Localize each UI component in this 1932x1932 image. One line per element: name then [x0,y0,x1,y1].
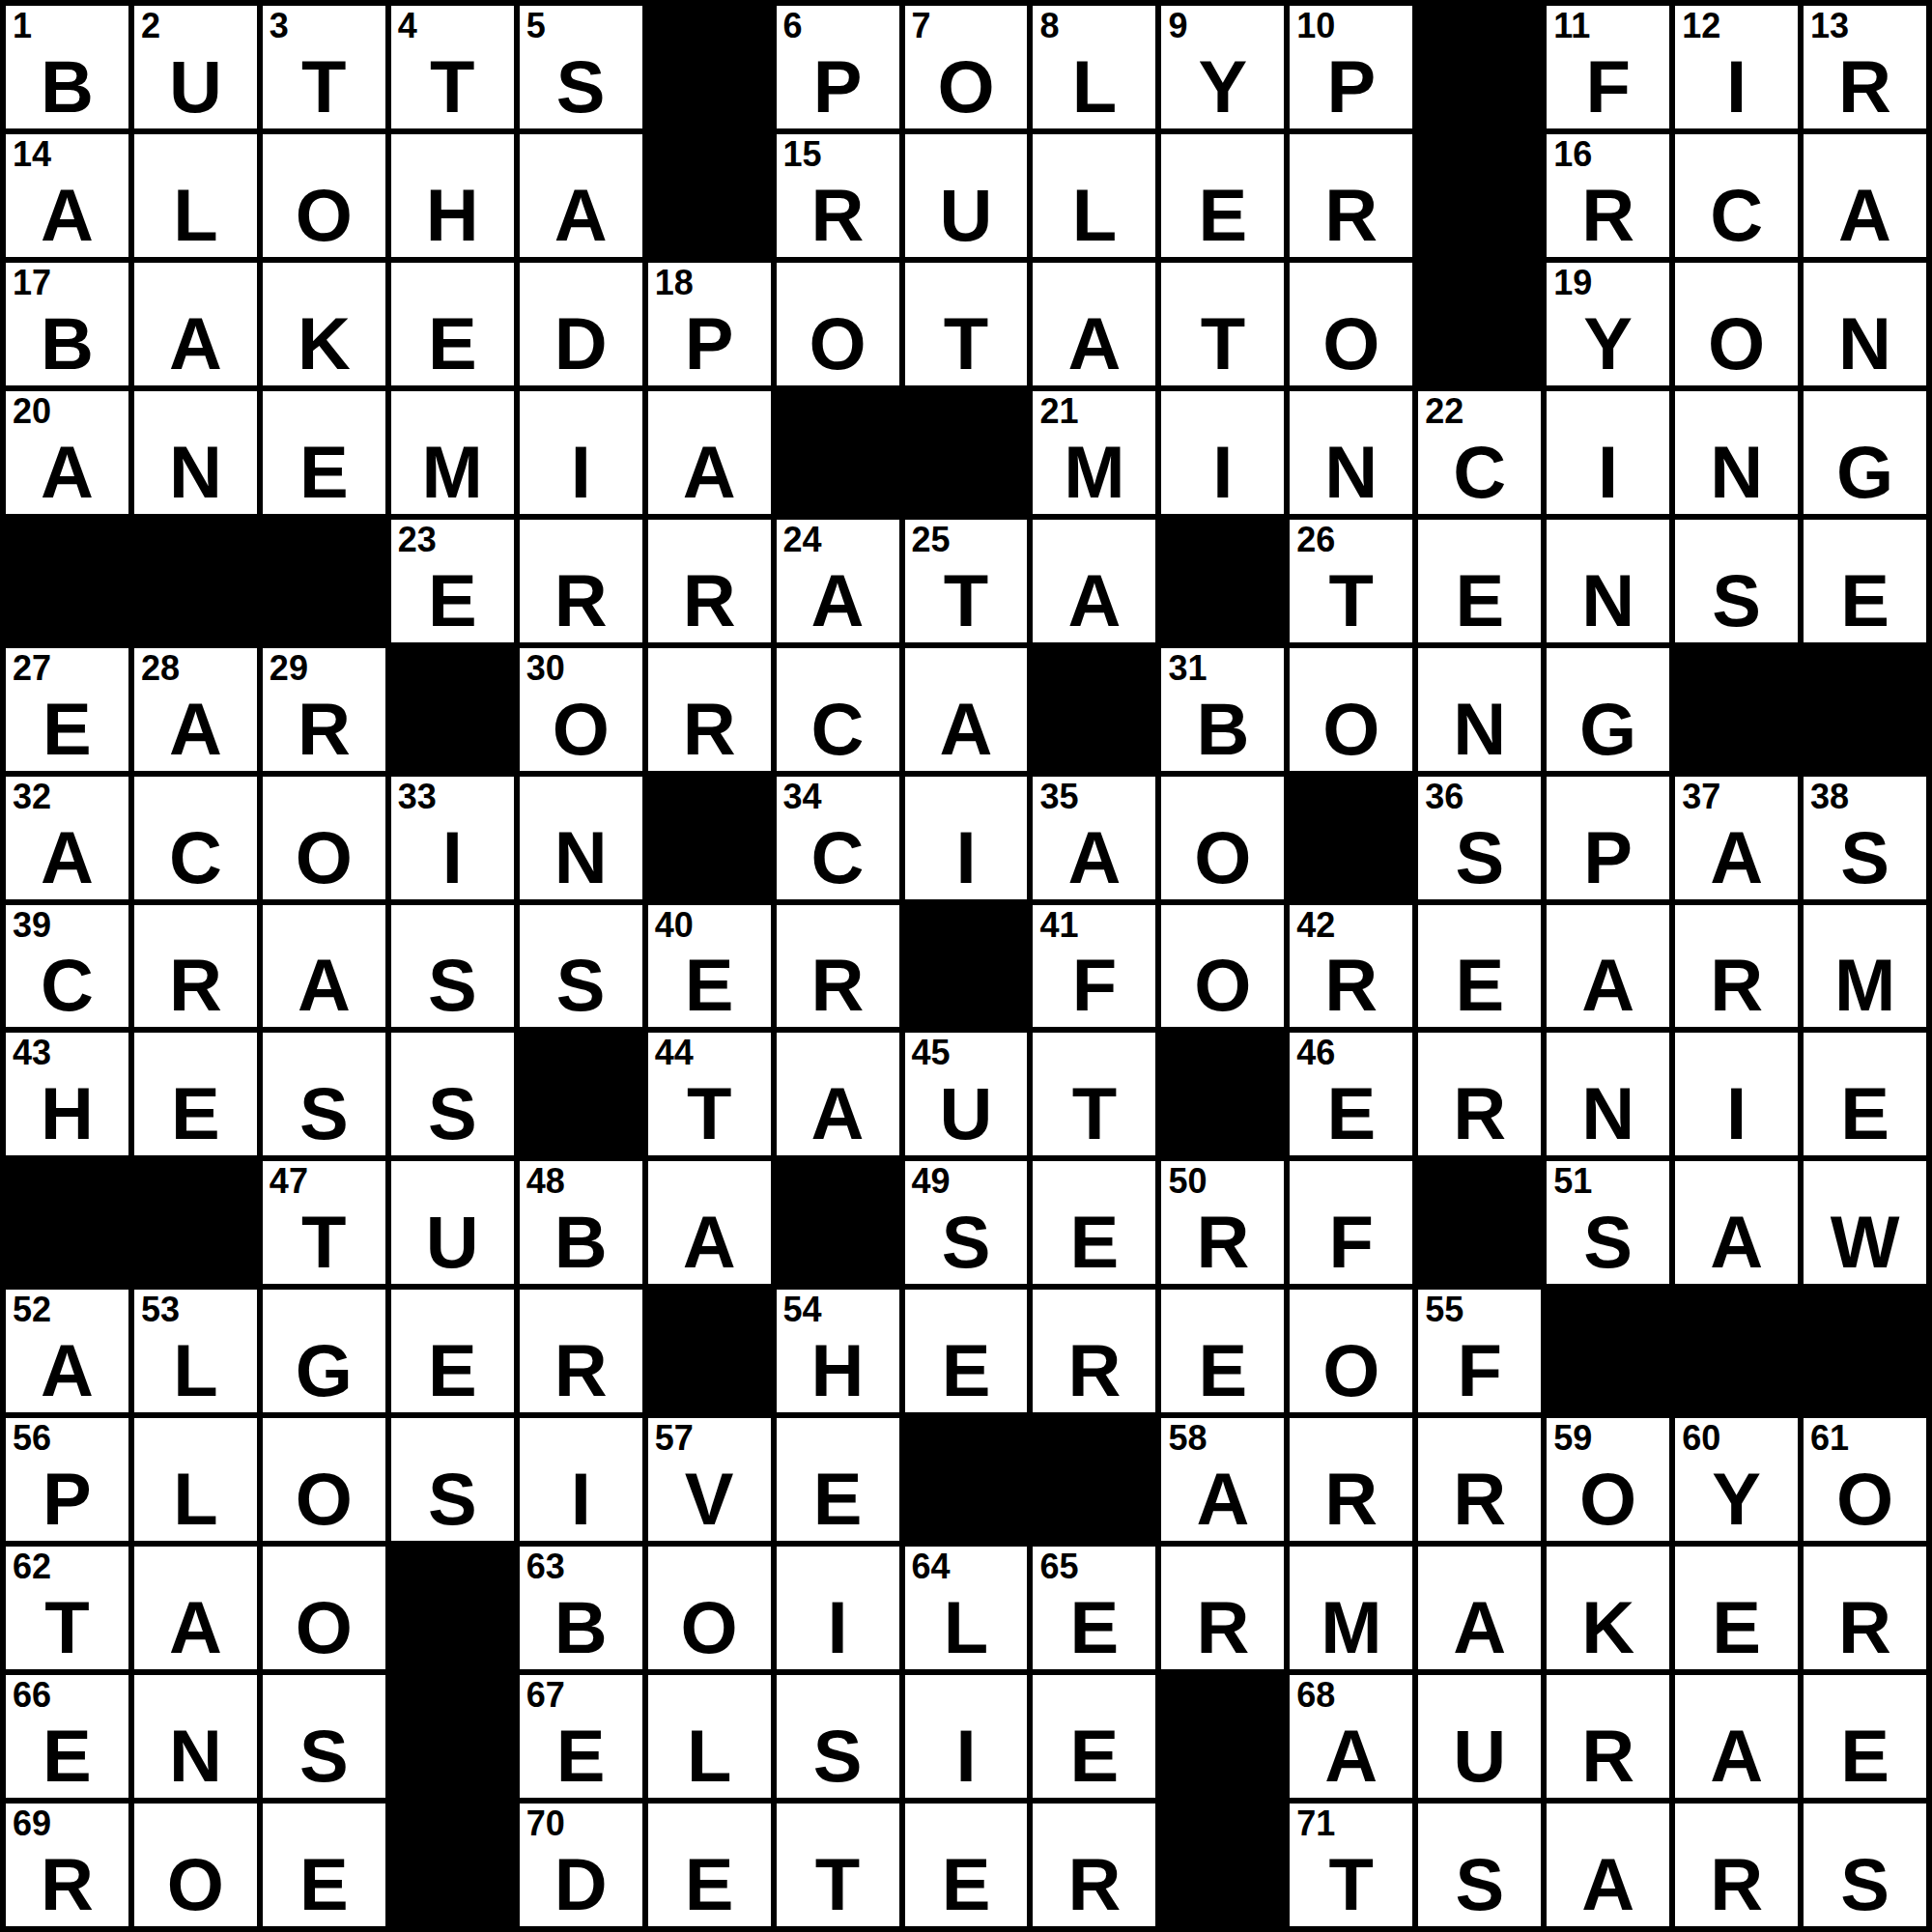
grid-cell[interactable]: 27E [6,648,128,771]
grid-cell[interactable]: 60Y [1675,1418,1798,1541]
grid-cell[interactable]: N [520,777,642,899]
grid-cell[interactable]: 32A [6,777,128,899]
cell-letter: L [905,1591,1028,1664]
grid-cell[interactable]: E [134,1033,257,1155]
grid-cell[interactable]: A [134,263,257,385]
grid-cell[interactable]: 28A [134,648,257,771]
grid-cell[interactable]: I [520,1418,642,1541]
grid-cell[interactable]: E [905,1804,1028,1926]
grid-cell[interactable]: 5S [520,6,642,128]
grid-cell[interactable]: 68A [1290,1675,1412,1798]
grid-cell[interactable]: E [905,1290,1028,1412]
grid-cell[interactable]: A [777,1033,899,1155]
crossword-board: 1B2U3T4T5S6P7O8L9Y10P11F12I13R14ALOHA15R… [0,0,1932,1932]
grid-cell[interactable]: U [905,134,1028,257]
grid-cell[interactable]: D [520,263,642,385]
grid-cell[interactable]: M [1804,905,1926,1028]
black-cell [1418,1161,1541,1284]
grid-cell[interactable]: I [1675,1033,1798,1155]
cell-letter: O [905,50,1028,124]
grid-cell[interactable]: 62T [6,1547,128,1669]
cell-letter: T [6,1591,128,1664]
cell-letter: A [134,1591,257,1664]
grid-cell[interactable]: 17B [6,263,128,385]
cell-letter: U [134,50,257,124]
grid-cell[interactable]: N [1675,391,1798,514]
grid-cell[interactable]: 34C [777,777,899,899]
clue-number: 47 [270,1162,308,1201]
grid-cell[interactable]: 52A [6,1290,128,1412]
grid-cell[interactable]: 64L [905,1547,1028,1669]
cell-letter: R [1161,1591,1284,1664]
grid-cell[interactable]: 49S [905,1161,1028,1284]
grid-cell[interactable]: E [1033,1675,1155,1798]
grid-cell[interactable]: 9Y [1161,6,1284,128]
grid-cell[interactable]: 47T [263,1161,385,1284]
cell-letter: T [777,1848,899,1921]
grid-cell[interactable]: 43H [6,1033,128,1155]
cell-letter: E [648,949,771,1022]
clue-number: 12 [1682,7,1720,45]
clue-number: 23 [398,521,437,559]
cell-letter: R [648,693,771,766]
cell-letter: G [1804,436,1926,509]
grid-cell[interactable]: 69R [6,1804,128,1926]
cell-letter: O [1161,949,1284,1022]
cell-letter: E [391,307,514,381]
grid-cell[interactable]: N [134,1675,257,1798]
cell-letter: O [263,1463,385,1536]
clue-number: 9 [1168,7,1187,45]
grid-cell[interactable]: I [777,1547,899,1669]
grid-cell[interactable]: E [391,263,514,385]
cell-letter: Y [1161,50,1284,124]
cell-letter: E [1033,1206,1155,1279]
grid-cell[interactable]: 14A [6,134,128,257]
grid-cell[interactable]: R [520,1290,642,1412]
grid-cell[interactable]: 4T [391,6,514,128]
cell-letter: T [1290,564,1412,638]
grid-cell[interactable]: 67E [520,1675,642,1798]
cell-letter: O [520,693,642,766]
clue-number: 4 [398,7,417,45]
grid-cell[interactable]: 41F [1033,905,1155,1028]
grid-cell[interactable]: O [1161,777,1284,899]
grid-cell[interactable]: E [1804,520,1926,642]
grid-cell[interactable]: L [1033,134,1155,257]
grid-cell[interactable]: R [777,905,899,1028]
cell-letter: O [263,1591,385,1664]
grid-cell[interactable]: O [134,1804,257,1926]
grid-cell[interactable]: 29R [263,648,385,771]
grid-cell[interactable]: 1B [6,6,128,128]
grid-cell[interactable]: 7O [905,6,1028,128]
cell-letter: E [1161,1334,1284,1407]
grid-cell[interactable]: 46E [1290,1033,1412,1155]
cell-letter: N [134,1719,257,1793]
cell-letter: O [263,821,385,895]
grid-cell[interactable]: 48B [520,1161,642,1284]
cell-letter: R [1675,1848,1798,1921]
grid-cell[interactable]: 12I [1675,6,1798,128]
grid-cell[interactable]: S [1804,1804,1926,1926]
grid-cell[interactable]: 36S [1418,777,1541,899]
cell-letter: E [1161,179,1284,252]
grid-cell[interactable]: A [1033,520,1155,642]
cell-letter: A [134,307,257,381]
clue-number: 6 [783,7,803,45]
grid-cell[interactable]: 24A [777,520,899,642]
grid-cell[interactable]: T [777,1804,899,1926]
grid-cell[interactable]: S [391,905,514,1028]
cell-letter: N [1547,564,1669,638]
grid-cell[interactable]: R [1418,1418,1541,1541]
clue-number: 45 [912,1034,951,1072]
grid-cell[interactable]: R [520,520,642,642]
grid-cell[interactable]: 57V [648,1418,771,1541]
grid-cell[interactable]: 18P [648,263,771,385]
grid-cell[interactable]: U [1418,1675,1541,1798]
black-cell [1290,777,1412,899]
grid-cell[interactable]: 50R [1161,1161,1284,1284]
grid-cell[interactable]: O [648,1547,771,1669]
cell-letter: A [1161,1463,1284,1536]
grid-cell[interactable]: 31B [1161,648,1284,771]
grid-cell[interactable]: M [1290,1547,1412,1669]
grid-cell[interactable]: R [1675,1804,1798,1926]
clue-number: 44 [655,1034,694,1072]
cell-letter: K [263,307,385,381]
grid-cell[interactable]: G [1804,391,1926,514]
cell-letter: N [1418,693,1541,766]
clue-number: 10 [1296,7,1335,45]
cell-letter: B [6,50,128,124]
grid-cell[interactable]: T [905,263,1028,385]
cell-letter: I [1547,436,1669,509]
grid-cell[interactable]: R [1418,1033,1541,1155]
cell-letter: I [905,821,1028,895]
cell-letter: R [1675,949,1798,1022]
grid-cell[interactable]: P [1547,777,1669,899]
clue-number: 52 [13,1291,51,1329]
grid-cell[interactable]: A [1804,134,1926,257]
grid-cell[interactable]: A [1547,1804,1669,1926]
grid-cell[interactable]: M [391,391,514,514]
grid-cell[interactable]: A [134,1547,257,1669]
grid-cell[interactable]: E [1418,520,1541,642]
grid-cell[interactable]: O [1290,648,1412,771]
cell-letter: A [648,436,771,509]
grid-cell[interactable]: 25T [905,520,1028,642]
grid-cell[interactable]: A [1547,905,1669,1028]
cell-letter: R [520,564,642,638]
grid-cell[interactable]: A [520,134,642,257]
grid-cell[interactable]: 40E [648,905,771,1028]
grid-cell[interactable]: N [1547,1033,1669,1155]
black-cell [1161,1804,1284,1926]
black-cell [905,1418,1028,1541]
grid-cell[interactable]: R [1675,905,1798,1028]
cell-letter: A [1804,179,1926,252]
black-cell [905,391,1028,514]
grid-cell[interactable]: U [391,1161,514,1284]
cell-letter: U [1418,1719,1541,1793]
grid-cell[interactable]: O [263,1418,385,1541]
black-cell [777,391,899,514]
cell-letter: A [1547,1848,1669,1921]
grid-cell[interactable]: 19Y [1547,263,1669,385]
grid-cell[interactable]: A [1418,1547,1541,1669]
grid-cell[interactable]: E [648,1804,771,1926]
grid-cell[interactable]: H [391,134,514,257]
cell-letter: K [1547,1591,1669,1664]
grid-cell[interactable]: O [263,777,385,899]
grid-cell[interactable]: 53L [134,1290,257,1412]
grid-cell[interactable]: R [648,648,771,771]
grid-cell[interactable]: 22C [1418,391,1541,514]
cell-letter: D [520,307,642,381]
grid-cell[interactable]: 10P [1290,6,1412,128]
clue-number: 43 [13,1034,51,1072]
grid-cell[interactable]: 21M [1033,391,1155,514]
grid-cell[interactable]: 30O [520,648,642,771]
grid-cell[interactable]: 66E [6,1675,128,1798]
clue-number: 49 [912,1162,951,1201]
grid-cell[interactable]: T [1161,263,1284,385]
cell-letter: B [1161,693,1284,766]
grid-cell[interactable]: S [1418,1804,1541,1926]
black-cell [648,1290,771,1412]
grid-cell[interactable]: 15R [777,134,899,257]
grid-cell[interactable]: R [1161,1547,1284,1669]
cell-letter: F [1547,50,1669,124]
grid-cell[interactable]: 56P [6,1418,128,1541]
grid-cell[interactable]: K [263,263,385,385]
grid-cell[interactable]: R [1547,1675,1669,1798]
grid-cell[interactable]: E [263,1804,385,1926]
clue-number: 68 [1296,1676,1335,1715]
black-cell [391,648,514,771]
black-cell [1418,263,1541,385]
grid-cell[interactable]: N [1418,648,1541,771]
grid-cell[interactable]: 37A [1675,777,1798,899]
cell-letter: T [905,307,1028,381]
grid-cell[interactable]: R [648,520,771,642]
cell-letter: A [263,949,385,1022]
grid-cell[interactable]: T [1033,1033,1155,1155]
grid-cell[interactable]: 44T [648,1033,771,1155]
black-cell [1804,1290,1926,1412]
grid-cell[interactable]: 70D [520,1804,642,1926]
grid-cell[interactable]: R [1290,134,1412,257]
grid-cell[interactable]: 54H [777,1290,899,1412]
grid-cell[interactable]: I [905,1675,1028,1798]
cell-letter: N [1675,436,1798,509]
grid-cell[interactable]: 59O [1547,1418,1669,1541]
clue-number: 11 [1553,7,1590,45]
cell-letter: S [1418,821,1541,895]
cell-letter: A [1033,307,1155,381]
cell-letter: R [134,949,257,1022]
grid-cell[interactable]: 3T [263,6,385,128]
grid-cell[interactable]: 23E [391,520,514,642]
grid-cell[interactable]: I [520,391,642,514]
grid-cell[interactable]: R [134,905,257,1028]
grid-cell[interactable]: F [1290,1161,1412,1284]
grid-cell[interactable]: O [263,1547,385,1669]
cell-letter: O [1290,307,1412,381]
grid-cell[interactable]: S [1675,520,1798,642]
grid-cell[interactable]: E [1161,134,1284,257]
grid-cell[interactable]: E [1804,1675,1926,1798]
cell-letter: P [648,307,771,381]
grid-cell[interactable]: A [1033,263,1155,385]
grid-cell[interactable]: I [1547,391,1669,514]
grid-cell[interactable]: I [1161,391,1284,514]
grid-cell[interactable]: E [1804,1033,1926,1155]
grid-cell[interactable]: L [134,134,257,257]
cell-letter: L [134,179,257,252]
grid-cell[interactable]: O [263,134,385,257]
grid-cell[interactable]: A [648,391,771,514]
cell-letter: S [391,1077,514,1151]
black-cell [263,520,385,642]
cell-letter: R [1033,1848,1155,1921]
grid-cell[interactable]: 13R [1804,6,1926,128]
clue-number: 56 [13,1419,51,1458]
grid-cell[interactable]: 39C [6,905,128,1028]
cell-letter: A [1675,821,1798,895]
clue-number: 25 [912,521,951,559]
grid-cell[interactable]: O [777,263,899,385]
clue-number: 13 [1810,7,1849,45]
grid-cell[interactable]: 38S [1804,777,1926,899]
cell-letter: E [777,1463,899,1536]
grid-cell[interactable]: 8L [1033,6,1155,128]
grid-cell[interactable]: O [1290,1290,1412,1412]
grid-cell[interactable]: N [1290,391,1412,514]
cell-letter: I [391,821,514,895]
clue-number: 51 [1553,1162,1592,1201]
grid-cell[interactable]: 63B [520,1547,642,1669]
grid-cell[interactable]: A [263,905,385,1028]
clue-number: 42 [1296,906,1335,945]
black-cell [6,1161,128,1284]
grid-cell[interactable]: S [263,1675,385,1798]
grid-cell[interactable]: S [391,1033,514,1155]
black-cell [520,1033,642,1155]
clue-number: 36 [1425,778,1463,816]
cell-letter: O [1290,1334,1412,1407]
grid-cell[interactable]: 61O [1804,1418,1926,1541]
grid-cell[interactable]: E [263,391,385,514]
grid-cell[interactable]: N [134,391,257,514]
grid-cell[interactable]: S [391,1418,514,1541]
grid-cell[interactable]: R [1804,1547,1926,1669]
clue-number: 37 [1682,778,1720,816]
cell-letter: T [1033,1077,1155,1151]
grid-cell[interactable]: N [1804,263,1926,385]
clue-number: 71 [1296,1804,1335,1843]
cell-letter: S [1547,1206,1669,1279]
grid-cell[interactable]: E [1675,1547,1798,1669]
cell-letter: N [1547,1077,1669,1151]
cell-letter: L [648,1719,771,1793]
grid-cell[interactable]: S [263,1033,385,1155]
grid-cell[interactable]: 42R [1290,905,1412,1028]
grid-cell[interactable]: C [1675,134,1798,257]
cell-letter: G [263,1334,385,1407]
black-cell [1033,1418,1155,1541]
grid-cell[interactable]: A [1675,1675,1798,1798]
cell-letter: E [1804,1077,1926,1151]
grid-cell[interactable]: E [1418,905,1541,1028]
grid-cell[interactable]: 20A [6,391,128,514]
grid-cell[interactable]: G [1547,648,1669,771]
grid-cell[interactable]: 58A [1161,1418,1284,1541]
grid-cell[interactable]: R [1033,1290,1155,1412]
grid-cell[interactable]: C [134,777,257,899]
black-cell [905,905,1028,1028]
clue-number: 34 [783,778,822,816]
grid-cell[interactable]: O [1675,263,1798,385]
grid-cell[interactable]: 65E [1033,1547,1155,1669]
grid-cell[interactable]: I [905,777,1028,899]
grid-cell[interactable]: L [134,1418,257,1541]
clue-number: 54 [783,1291,822,1329]
grid-cell[interactable]: G [263,1290,385,1412]
grid-cell[interactable]: S [777,1675,899,1798]
grid-cell[interactable]: C [777,648,899,771]
cell-letter: T [263,1206,385,1279]
cell-letter: U [905,179,1028,252]
clue-number: 31 [1168,649,1207,688]
grid-cell[interactable]: 35A [1033,777,1155,899]
grid-cell[interactable]: 51S [1547,1161,1669,1284]
black-cell [1033,648,1155,771]
grid-cell[interactable]: R [1033,1804,1155,1926]
grid-cell[interactable]: 11F [1547,6,1669,128]
grid-cell[interactable]: O [1161,905,1284,1028]
grid-cell[interactable]: E [391,1290,514,1412]
cell-letter: A [1033,564,1155,638]
grid-cell[interactable]: 71T [1290,1804,1412,1926]
grid-cell[interactable]: K [1547,1547,1669,1669]
grid-cell[interactable]: A [905,648,1028,771]
grid-cell[interactable]: E [1033,1161,1155,1284]
cell-letter: P [6,1463,128,1536]
grid-cell[interactable]: 6P [777,6,899,128]
grid-cell[interactable]: 2U [134,6,257,128]
grid-cell[interactable]: A [1675,1161,1798,1284]
clue-number: 3 [270,7,289,45]
grid-cell[interactable]: 26T [1290,520,1412,642]
grid-cell[interactable]: R [1290,1418,1412,1541]
grid-cell[interactable]: W [1804,1161,1926,1284]
grid-cell[interactable]: E [1161,1290,1284,1412]
grid-cell[interactable]: 33I [391,777,514,899]
grid-cell[interactable]: S [520,905,642,1028]
grid-cell[interactable]: 55F [1418,1290,1541,1412]
grid-cell[interactable]: O [1290,263,1412,385]
grid-cell[interactable]: 45U [905,1033,1028,1155]
cell-letter: A [134,693,257,766]
grid-cell[interactable]: 16R [1547,134,1669,257]
grid-cell[interactable]: N [1547,520,1669,642]
grid-cell[interactable]: A [648,1161,771,1284]
grid-cell[interactable]: L [648,1675,771,1798]
grid-cell[interactable]: E [777,1418,899,1541]
